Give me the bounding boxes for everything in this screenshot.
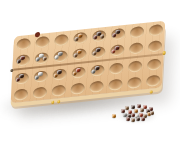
pit-r1-c1[interactable]	[34, 52, 49, 65]
bead-brown	[100, 34, 105, 39]
pit-r3-c5[interactable]	[108, 78, 123, 91]
loose-bead-brown	[131, 118, 135, 122]
pit-r2-c5[interactable]	[109, 62, 124, 75]
pit-r3-c7[interactable]	[146, 74, 161, 87]
bead-red	[111, 49, 116, 54]
bead-white	[54, 55, 59, 60]
loose-bead-darkbrown	[136, 117, 140, 121]
pit-r2-c7[interactable]	[146, 58, 161, 71]
pit-r3-c4[interactable]	[89, 80, 104, 93]
loose-bead-maroon	[126, 117, 130, 121]
bead-brown	[74, 37, 79, 42]
pit-r0-c6[interactable]	[129, 25, 144, 38]
pit-r2-c2[interactable]	[52, 68, 67, 81]
pit-r1-c5[interactable]	[110, 44, 125, 57]
pit-r2-c6[interactable]	[128, 60, 143, 73]
bead-gray	[34, 75, 39, 80]
loose-bead-brown	[150, 111, 154, 115]
brass-clasp-right	[162, 51, 166, 55]
pit-r3-c3[interactable]	[70, 82, 85, 95]
loose-bead-orange	[112, 114, 116, 118]
pit-r3-c6[interactable]	[127, 76, 142, 89]
bead-darkbrown	[16, 59, 21, 64]
pit-r2-c3[interactable]	[71, 66, 86, 79]
bead-brown	[42, 56, 47, 61]
pit-r1-c4[interactable]	[91, 46, 106, 59]
bead-maroon	[15, 77, 20, 82]
loose-bead-amber	[134, 109, 138, 113]
pit-r1-c7[interactable]	[147, 40, 162, 53]
pit-r0-c4[interactable]	[92, 29, 107, 42]
pit-r0-c1[interactable]	[35, 35, 50, 48]
bead-maroon	[93, 35, 98, 40]
pit-r0-c3[interactable]	[73, 31, 88, 44]
pit-r2-c0[interactable]	[14, 72, 29, 85]
brass-hinge	[150, 90, 153, 93]
pit-r3-c1[interactable]	[32, 86, 47, 99]
pit-r3-c2[interactable]	[51, 84, 66, 97]
loose-bead-maroon	[141, 117, 145, 121]
brass-hinge	[57, 100, 60, 103]
bead-brown	[73, 53, 78, 58]
bead-gray	[35, 57, 40, 62]
pit-r0-c5[interactable]	[110, 27, 125, 40]
pit-r1-c6[interactable]	[128, 42, 143, 55]
pit-r1-c0[interactable]	[15, 54, 30, 67]
mancala-product-photo	[0, 0, 180, 149]
pit-r0-c0[interactable]	[16, 37, 31, 50]
rim-bead	[35, 32, 40, 37]
bead-maroon	[112, 33, 117, 38]
bead-amber	[72, 71, 77, 76]
pit-r3-c0[interactable]	[13, 88, 28, 101]
brass-hinge	[51, 100, 54, 103]
pit-r2-c1[interactable]	[33, 70, 48, 83]
pit-r2-c4[interactable]	[90, 64, 105, 77]
bead-brown	[92, 51, 97, 56]
pit-r1-c2[interactable]	[53, 50, 68, 63]
pit-r0-c2[interactable]	[54, 33, 69, 46]
bead-gray	[91, 69, 96, 74]
pit-r1-c3[interactable]	[72, 48, 87, 61]
bead-amber	[53, 73, 58, 78]
dark-clasp-left	[10, 69, 13, 72]
pit-r0-c7[interactable]	[148, 23, 163, 36]
